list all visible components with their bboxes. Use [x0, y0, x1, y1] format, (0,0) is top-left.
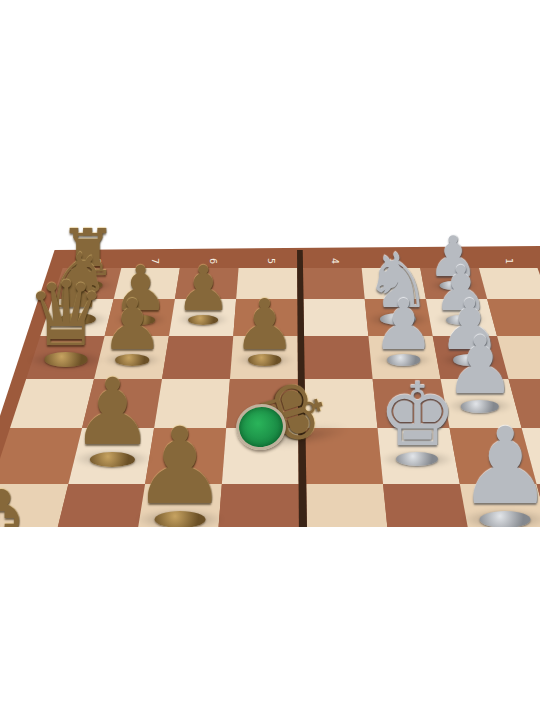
piece-black-pawn-f5: ♟ — [224, 283, 305, 367]
piece-black-pawn-f7: ♟ — [92, 283, 173, 367]
piece-black-pawn-c6: ♟ — [119, 403, 241, 527]
black-pawn-glyph: ♟ — [224, 290, 305, 360]
white-pawn-glyph: ♟ — [444, 414, 540, 520]
black-pawn-glyph: ♟ — [119, 414, 241, 520]
piece-white-pawn-c2: ♟ — [444, 403, 540, 527]
black-pawn-glyph: ♟ — [92, 290, 173, 360]
pieces-layer: ♜♟♞♟♟♞♟♛♟♟♟♟♚♟♟♚♟♟♝ — [0, 195, 540, 527]
chess-set-product-photo: 87654321 ♜♟♞♟♟♞♟♛♟♟♟♟♚♟♟♚♟♟♝ — [0, 0, 540, 720]
piece-black-bishop-b8: ♝ — [0, 465, 66, 527]
chess-board: 87654321 ♜♟♞♟♟♞♟♛♟♟♟♟♚♟♟♚♟♟♝ — [0, 195, 540, 527]
fallen-black-king-e5: ♚ — [232, 378, 367, 452]
black-bishop-glyph: ♝ — [0, 476, 66, 527]
